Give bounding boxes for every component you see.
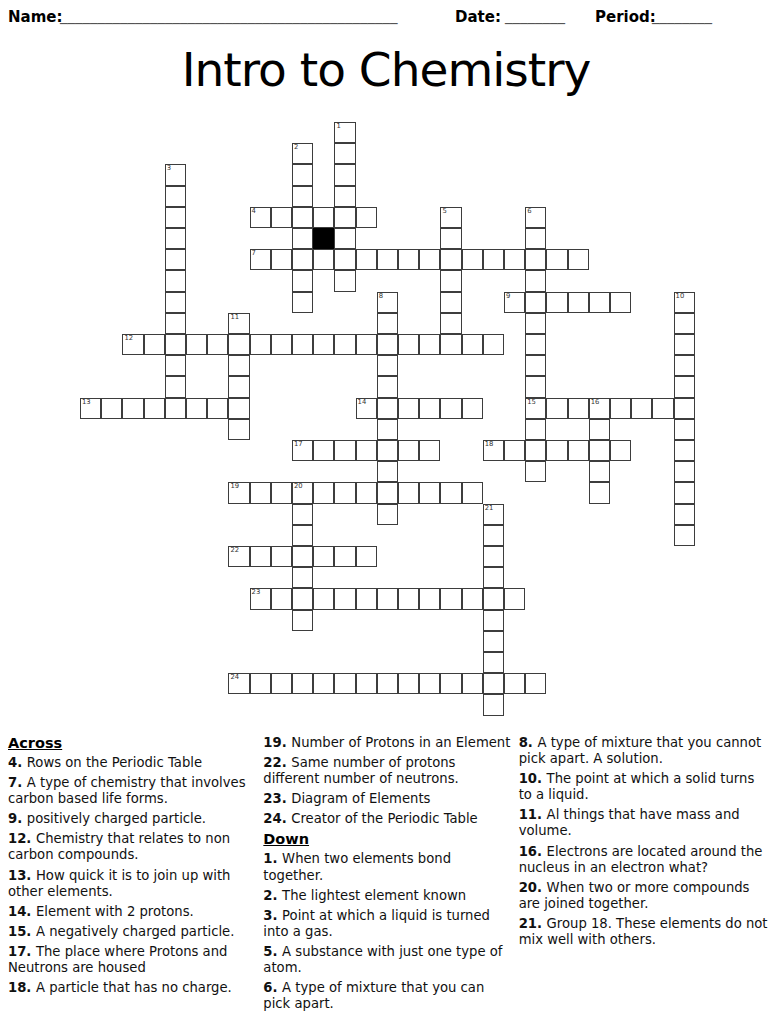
crossword-grid: 123456789101112131415161718192021222324	[80, 122, 696, 717]
clue-column-1: Across 4. Rows on the Periodic Table7. A…	[8, 735, 257, 1016]
grid-cell[interactable]	[610, 398, 631, 419]
grid-cell[interactable]	[292, 186, 313, 207]
grid-cell[interactable]	[483, 525, 504, 546]
across-heading: Across	[8, 735, 257, 751]
clue-number: 6	[527, 208, 531, 216]
grid-cell[interactable]	[313, 588, 334, 609]
clue-8-down: 8. A type of mixture that you cannot pic…	[519, 735, 768, 767]
grid-cell[interactable]	[398, 334, 419, 355]
grid-cell[interactable]	[228, 376, 249, 397]
grid-cell[interactable]	[292, 334, 313, 355]
grid-cell[interactable]	[250, 673, 271, 694]
grid-cell[interactable]	[525, 355, 546, 376]
grid-cell[interactable]: 15	[525, 398, 546, 419]
clue-number: 4	[252, 208, 256, 216]
grid-cell[interactable]	[525, 249, 546, 270]
grid-cell[interactable]	[440, 249, 461, 270]
grid-cell[interactable]	[122, 398, 143, 419]
grid-cell[interactable]	[440, 292, 461, 313]
clue-number: 1	[336, 123, 340, 131]
grid-cell[interactable]	[165, 376, 186, 397]
grid-cell[interactable]	[356, 334, 377, 355]
grid-cell[interactable]	[419, 440, 440, 461]
grid-cell[interactable]: 10	[674, 292, 695, 313]
grid-cell[interactable]	[419, 673, 440, 694]
grid-cell[interactable]	[398, 398, 419, 419]
grid-cell[interactable]	[440, 588, 461, 609]
grid-cell[interactable]	[377, 461, 398, 482]
grid-cell[interactable]	[334, 334, 355, 355]
clue-3-down: 3. Point at which a liquid is turned int…	[263, 908, 512, 940]
grid-cell[interactable]	[228, 334, 249, 355]
grid-cell[interactable]	[292, 207, 313, 228]
grid-cell[interactable]	[440, 334, 461, 355]
clue-10-down: 10. The point at which a solid turns to …	[519, 771, 768, 803]
grid-cell[interactable]	[271, 673, 292, 694]
clue-column-2: 19. Number of Protons in an Element22. S…	[263, 735, 512, 1016]
grid-cell[interactable]	[377, 376, 398, 397]
grid-cell[interactable]: 11	[228, 313, 249, 334]
grid-cell[interactable]	[292, 164, 313, 185]
grid-cell[interactable]: 20	[292, 482, 313, 503]
grid-cell[interactable]	[546, 440, 567, 461]
grid-cell[interactable]	[228, 419, 249, 440]
grid-cell[interactable]: 16	[589, 398, 610, 419]
grid-cell[interactable]	[674, 334, 695, 355]
grid-cell[interactable]	[525, 270, 546, 291]
grid-cell[interactable]	[356, 546, 377, 567]
grid-cell[interactable]: 23	[250, 588, 271, 609]
grid-cell[interactable]	[462, 334, 483, 355]
grid-cell[interactable]	[398, 440, 419, 461]
grid-cell[interactable]	[356, 440, 377, 461]
grid-cell[interactable]	[674, 482, 695, 503]
period-line[interactable]: ________	[652, 6, 712, 24]
grid-cell[interactable]: 9	[504, 292, 525, 313]
grid-cell[interactable]	[419, 482, 440, 503]
grid-cell[interactable]	[313, 207, 334, 228]
grid-cell[interactable]	[674, 461, 695, 482]
grid-cell[interactable]	[483, 588, 504, 609]
clue-1-down: 1. When two elements bond together.	[263, 851, 512, 883]
grid-cell[interactable]: 6	[525, 207, 546, 228]
clue-column-3: 8. A type of mixture that you cannot pic…	[519, 735, 768, 1016]
grid-cell[interactable]	[546, 249, 567, 270]
clue-number: 23	[252, 589, 261, 597]
grid-cell[interactable]	[250, 546, 271, 567]
grid-cell[interactable]	[334, 143, 355, 164]
grid-cell[interactable]: 1	[334, 122, 355, 143]
clue-number: 16	[591, 399, 600, 407]
grid-cell[interactable]	[589, 440, 610, 461]
grid-cell[interactable]: 12	[122, 334, 143, 355]
grid-cell[interactable]	[568, 292, 589, 313]
grid-cell[interactable]	[546, 398, 567, 419]
clue-18-across: 18. A particle that has no charge.	[8, 980, 257, 996]
grid-cell[interactable]	[589, 461, 610, 482]
grid-cell[interactable]	[356, 588, 377, 609]
grid-cell[interactable]	[271, 334, 292, 355]
grid-cell[interactable]	[525, 376, 546, 397]
grid-cell[interactable]	[462, 673, 483, 694]
grid-cell[interactable]	[165, 249, 186, 270]
grid-cell[interactable]	[589, 482, 610, 503]
grid-cell[interactable]	[165, 228, 186, 249]
grid-cell[interactable]	[568, 440, 589, 461]
grid-cell[interactable]	[228, 398, 249, 419]
grid-cell[interactable]	[483, 631, 504, 652]
grid-cell[interactable]	[377, 355, 398, 376]
grid-cell[interactable]	[165, 334, 186, 355]
grid-cell[interactable]	[652, 398, 673, 419]
grid-cell[interactable]	[398, 249, 419, 270]
grid-cell[interactable]	[610, 440, 631, 461]
name-line[interactable]: ________________________________________…	[60, 6, 398, 24]
grid-cell[interactable]	[377, 588, 398, 609]
grid-cell[interactable]	[165, 270, 186, 291]
grid-cell[interactable]	[504, 673, 525, 694]
clue-number: 11	[230, 314, 239, 322]
grid-cell[interactable]	[674, 355, 695, 376]
grid-cell[interactable]	[334, 164, 355, 185]
grid-cell[interactable]	[440, 482, 461, 503]
grid-cell[interactable]	[292, 228, 313, 249]
grid-cell[interactable]	[377, 419, 398, 440]
grid-cell[interactable]	[525, 334, 546, 355]
clue-14-across: 14. Element with 2 protons.	[8, 904, 257, 920]
grid-cell[interactable]	[440, 228, 461, 249]
grid-cell[interactable]	[228, 355, 249, 376]
clue-17-across: 17. The place where Protons and Neutrons…	[8, 944, 257, 976]
grid-cell[interactable]	[440, 270, 461, 291]
grid-cell[interactable]	[504, 440, 525, 461]
grid-cell[interactable]	[419, 588, 440, 609]
clue-9-across: 9. positively charged particle.	[8, 811, 257, 827]
grid-cell[interactable]	[525, 461, 546, 482]
clue-23-across: 23. Diagram of Elements	[263, 791, 512, 807]
grid-cell[interactable]	[165, 207, 186, 228]
grid-cell[interactable]	[334, 249, 355, 270]
grid-cell[interactable]	[483, 652, 504, 673]
grid-cell[interactable]	[101, 398, 122, 419]
grid-cell[interactable]	[292, 588, 313, 609]
grid-cell[interactable]	[356, 249, 377, 270]
grid-cell[interactable]	[568, 249, 589, 270]
grid-cell[interactable]	[313, 673, 334, 694]
grid-cell[interactable]	[377, 334, 398, 355]
grid-cell[interactable]	[250, 334, 271, 355]
grid-cell[interactable]	[504, 588, 525, 609]
grid-cell[interactable]	[144, 334, 165, 355]
grid-cell[interactable]	[462, 588, 483, 609]
grid-cell[interactable]	[334, 186, 355, 207]
grid-cell[interactable]	[674, 504, 695, 525]
grid-cell[interactable]	[525, 419, 546, 440]
grid-cell[interactable]	[292, 525, 313, 546]
grid-cell[interactable]	[589, 419, 610, 440]
grid-cell[interactable]	[271, 546, 292, 567]
clue-number: 13	[82, 399, 91, 407]
grid-cell[interactable]	[419, 334, 440, 355]
grid-cell[interactable]	[144, 398, 165, 419]
grid-cell[interactable]	[483, 334, 504, 355]
grid-cell[interactable]	[674, 440, 695, 461]
clue-number: 21	[485, 505, 494, 513]
clue-number: 12	[124, 335, 133, 343]
grid-cell[interactable]	[292, 504, 313, 525]
grid-cell[interactable]	[292, 270, 313, 291]
clue-15-across: 15. A negatively charged particle.	[8, 924, 257, 940]
page-title: Intro to Chemistry	[0, 42, 772, 97]
grid-cell[interactable]	[271, 482, 292, 503]
grid-cell[interactable]	[271, 207, 292, 228]
clue-19-across: 19. Number of Protons in an Element	[263, 735, 512, 751]
grid-cell[interactable]: 8	[377, 292, 398, 313]
grid-cell[interactable]: 17	[292, 440, 313, 461]
grid-cell[interactable]	[483, 610, 504, 631]
clue-number: 17	[294, 441, 303, 449]
grid-cell[interactable]: 14	[356, 398, 377, 419]
clue-24-across: 24. Creator of the Periodic Table	[263, 811, 512, 827]
grid-cell[interactable]	[483, 546, 504, 567]
clue-number: 15	[527, 399, 536, 407]
grid-cell[interactable]	[186, 398, 207, 419]
grid-cell[interactable]	[610, 292, 631, 313]
grid-cell[interactable]	[165, 292, 186, 313]
grid-cell[interactable]	[271, 249, 292, 270]
clue-number: 9	[506, 293, 510, 301]
grid-cell[interactable]	[313, 249, 334, 270]
grid-cell[interactable]	[271, 588, 292, 609]
grid-cell[interactable]: 7	[250, 249, 271, 270]
grid-cell[interactable]	[419, 249, 440, 270]
grid-cell[interactable]	[674, 376, 695, 397]
grid-cell[interactable]	[483, 694, 504, 715]
clue-12-across: 12. Chemistry that relates to non carbon…	[8, 831, 257, 863]
grid-cell[interactable]: 2	[292, 143, 313, 164]
grid-cell[interactable]	[334, 207, 355, 228]
grid-cell[interactable]	[525, 673, 546, 694]
grid-cell[interactable]	[356, 673, 377, 694]
clue-section: Across 4. Rows on the Periodic Table7. A…	[8, 735, 768, 1016]
black-cell	[313, 228, 334, 249]
grid-cell[interactable]	[440, 313, 461, 334]
clue-number: 7	[252, 250, 256, 258]
grid-cell[interactable]	[525, 440, 546, 461]
date-line[interactable]: ________	[505, 6, 565, 24]
grid-cell[interactable]	[377, 398, 398, 419]
clue-5-down: 5. A substance with just one type of ato…	[263, 944, 512, 976]
grid-cell[interactable]	[292, 292, 313, 313]
clue-number: 19	[230, 483, 239, 491]
grid-cell[interactable]	[377, 440, 398, 461]
grid-cell[interactable]	[250, 482, 271, 503]
clue-number: 24	[230, 674, 239, 682]
grid-cell[interactable]: 4	[250, 207, 271, 228]
grid-cell[interactable]	[165, 398, 186, 419]
grid-cell[interactable]	[313, 482, 334, 503]
grid-cell[interactable]	[398, 673, 419, 694]
name-label: Name:	[8, 8, 62, 26]
grid-cell[interactable]: 22	[228, 546, 249, 567]
clue-number: 10	[676, 293, 685, 301]
clue-13-across: 13. How quick it is to join up with othe…	[8, 868, 257, 900]
grid-cell[interactable]	[165, 186, 186, 207]
grid-cell[interactable]	[292, 610, 313, 631]
clue-22-across: 22. Same number of protons different num…	[263, 755, 512, 787]
grid-cell[interactable]	[483, 567, 504, 588]
clue-21-down: 21. Group 18. These elements do not mix …	[519, 916, 768, 948]
grid-cell[interactable]: 18	[483, 440, 504, 461]
period-label: Period:	[595, 8, 656, 26]
grid-cell[interactable]	[419, 398, 440, 419]
clue-number: 3	[167, 165, 171, 173]
grid-cell[interactable]	[440, 673, 461, 694]
grid-cell[interactable]	[165, 355, 186, 376]
grid-cell[interactable]	[334, 673, 355, 694]
grid-cell[interactable]: 5	[440, 207, 461, 228]
clue-number: 2	[294, 144, 298, 152]
clue-2-down: 2. The lightest element known	[263, 888, 512, 904]
clue-20-down: 20. When two or more compounds are joine…	[519, 880, 768, 912]
clue-number: 20	[294, 483, 303, 491]
grid-cell[interactable]	[377, 482, 398, 503]
grid-cell[interactable]	[292, 249, 313, 270]
grid-cell[interactable]: 19	[228, 482, 249, 503]
grid-cell[interactable]	[674, 398, 695, 419]
grid-cell[interactable]	[674, 313, 695, 334]
grid-cell[interactable]	[462, 482, 483, 503]
grid-cell[interactable]	[377, 249, 398, 270]
clue-16-down: 16. Electrons are located around the nuc…	[519, 844, 768, 876]
grid-cell[interactable]	[334, 482, 355, 503]
grid-cell[interactable]	[292, 567, 313, 588]
grid-cell[interactable]	[525, 228, 546, 249]
grid-cell[interactable]	[398, 588, 419, 609]
grid-cell[interactable]	[356, 207, 377, 228]
grid-cell[interactable]	[356, 482, 377, 503]
down-heading: Down	[263, 831, 512, 847]
grid-cell[interactable]	[334, 546, 355, 567]
grid-cell[interactable]	[334, 270, 355, 291]
grid-cell[interactable]	[483, 673, 504, 694]
clue-4-across: 4. Rows on the Periodic Table	[8, 755, 257, 771]
clue-number: 18	[485, 441, 494, 449]
grid-cell[interactable]	[377, 313, 398, 334]
grid-cell[interactable]	[292, 546, 313, 567]
grid-cell[interactable]	[334, 228, 355, 249]
grid-cell[interactable]	[674, 525, 695, 546]
grid-cell[interactable]	[165, 313, 186, 334]
clue-7-across: 7. A type of chemistry that involves car…	[8, 775, 257, 807]
grid-cell[interactable]	[313, 546, 334, 567]
date-label: Date:	[455, 8, 501, 26]
grid-cell[interactable]	[525, 292, 546, 313]
grid-cell[interactable]	[207, 334, 228, 355]
clue-11-down: 11. Al things that have mass and volume.	[519, 807, 768, 839]
clue-number: 14	[358, 399, 367, 407]
grid-cell[interactable]	[568, 398, 589, 419]
worksheet-header: Name: __________________________________…	[0, 8, 772, 30]
grid-cell[interactable]	[398, 482, 419, 503]
grid-cell[interactable]	[504, 249, 525, 270]
grid-cell[interactable]	[377, 673, 398, 694]
grid-cell[interactable]: 24	[228, 673, 249, 694]
clue-number: 8	[379, 293, 383, 301]
clue-number: 22	[230, 547, 239, 555]
grid-cell[interactable]	[377, 504, 398, 525]
grid-cell[interactable]: 21	[483, 504, 504, 525]
grid-cell[interactable]: 3	[165, 164, 186, 185]
grid-cell[interactable]	[674, 419, 695, 440]
clue-number: 5	[442, 208, 446, 216]
grid-cell[interactable]	[292, 673, 313, 694]
grid-cell[interactable]	[462, 398, 483, 419]
grid-cell[interactable]	[483, 249, 504, 270]
grid-cell[interactable]	[313, 440, 334, 461]
grid-cell[interactable]	[334, 588, 355, 609]
grid-cell[interactable]	[546, 292, 567, 313]
grid-cell[interactable]	[186, 334, 207, 355]
grid-cell[interactable]	[313, 334, 334, 355]
grid-cell[interactable]	[525, 313, 546, 334]
grid-cell[interactable]	[462, 249, 483, 270]
grid-cell[interactable]	[589, 292, 610, 313]
grid-cell[interactable]	[334, 440, 355, 461]
grid-cell[interactable]	[631, 398, 652, 419]
grid-cell[interactable]: 13	[80, 398, 101, 419]
grid-cell[interactable]	[207, 398, 228, 419]
clue-6-down: 6. A type of mixture that you can pick a…	[263, 980, 512, 1012]
grid-cell[interactable]	[440, 398, 461, 419]
